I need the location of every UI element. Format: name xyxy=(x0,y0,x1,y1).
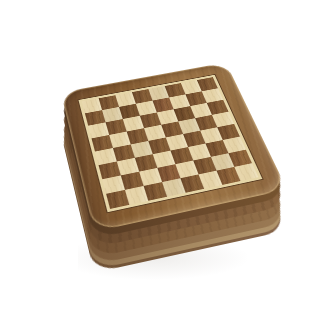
chessboard-inlay xyxy=(77,74,263,213)
product-photo-scene xyxy=(0,0,320,320)
chessboard-grid xyxy=(82,77,259,209)
